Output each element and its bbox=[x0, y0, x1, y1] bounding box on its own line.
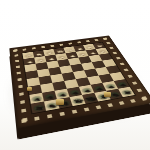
square: ♟ bbox=[55, 89, 70, 100]
chess-board: ♜♞♝♛♚♝♞♜♟♟♟♟♟♟♟♟♟♟♟♟♟♟♟♟♜♞♝♛♚♝♞♜ bbox=[9, 35, 150, 128]
brass-clasp-front bbox=[56, 99, 64, 105]
piece-felt-base bbox=[31, 95, 42, 102]
square: ♜ bbox=[31, 101, 46, 113]
piece-white-knight: ♞ bbox=[86, 47, 95, 49]
piece-felt-base bbox=[72, 98, 84, 105]
piece-black-queen: ♛ bbox=[72, 99, 85, 104]
piece-black-pawn: ♟ bbox=[71, 92, 80, 95]
piece-black-rook: ♜ bbox=[34, 107, 45, 111]
piece-felt-base bbox=[121, 89, 133, 96]
piece-felt-base bbox=[81, 87, 92, 93]
square bbox=[52, 81, 66, 91]
piece-white-pawn: ♟ bbox=[69, 55, 76, 57]
square bbox=[62, 72, 76, 81]
square bbox=[76, 77, 91, 86]
square: ♛ bbox=[70, 95, 86, 106]
piece-black-pawn: ♟ bbox=[95, 88, 104, 91]
square: ♚ bbox=[82, 93, 98, 104]
piece-white-king: ♚ bbox=[65, 49, 76, 52]
square: ♟ bbox=[29, 93, 44, 104]
piece-felt-base bbox=[57, 91, 68, 98]
piece-white-pawn: ♟ bbox=[79, 54, 86, 56]
square: ♟ bbox=[79, 85, 94, 95]
piece-black-knight: ♞ bbox=[110, 93, 121, 97]
piece-black-pawn: ♟ bbox=[58, 94, 67, 97]
piece-white-rook: ♜ bbox=[96, 45, 104, 47]
piece-black-rook: ♜ bbox=[123, 91, 133, 94]
piece-white-pawn: ♟ bbox=[99, 51, 106, 53]
piece-felt-base bbox=[44, 93, 55, 100]
piece-felt-base bbox=[69, 89, 80, 96]
piece-felt-base bbox=[116, 81, 127, 87]
square: ♟ bbox=[42, 91, 57, 102]
piece-white-pawn: ♟ bbox=[26, 61, 34, 63]
piece-black-king: ♚ bbox=[84, 96, 98, 101]
piece-black-pawn: ♟ bbox=[83, 90, 92, 93]
piece-felt-base bbox=[33, 104, 44, 111]
scene-perspective: ♜♞♝♛♚♝♞♜♟♟♟♟♟♟♟♟♟♟♟♟♟♟♟♟♜♞♝♛♚♝♞♜ bbox=[6, 6, 144, 148]
brass-clasp-right bbox=[104, 92, 111, 97]
square bbox=[64, 79, 79, 89]
piece-white-pawn: ♟ bbox=[59, 57, 66, 59]
piece-black-pawn: ♟ bbox=[46, 96, 55, 99]
brass-hinge-left bbox=[27, 87, 32, 91]
piece-black-pawn: ♟ bbox=[118, 84, 127, 87]
piece-white-pawn: ♟ bbox=[48, 58, 56, 60]
piece-felt-base bbox=[105, 83, 116, 89]
piece-black-pawn: ♟ bbox=[33, 98, 42, 101]
square bbox=[50, 74, 64, 83]
piece-white-knight: ♞ bbox=[35, 53, 44, 55]
piece-white-queen: ♛ bbox=[55, 50, 65, 53]
piece-white-bishop: ♝ bbox=[76, 48, 85, 51]
square bbox=[106, 65, 121, 73]
square: ♟ bbox=[67, 87, 82, 97]
square bbox=[27, 77, 41, 86]
square: ♟ bbox=[102, 81, 118, 91]
piece-white-rook: ♜ bbox=[25, 55, 34, 57]
square bbox=[87, 76, 102, 85]
piece-white-pawn: ♟ bbox=[90, 52, 97, 54]
square bbox=[39, 75, 53, 84]
piece-felt-base bbox=[85, 95, 97, 102]
square: ♜ bbox=[118, 87, 135, 97]
piece-felt-base bbox=[93, 85, 104, 91]
piece-white-bishop: ♝ bbox=[45, 52, 55, 55]
square bbox=[110, 72, 125, 81]
chess-set-photo: ♜♞♝♛♚♝♞♜♟♟♟♟♟♟♟♟♟♟♟♟♟♟♟♟♜♞♝♛♚♝♞♜ bbox=[0, 0, 150, 150]
square bbox=[99, 74, 114, 83]
square bbox=[40, 83, 54, 93]
square: ♟ bbox=[114, 79, 130, 89]
board-grid: ♜♞♝♛♚♝♞♜♟♟♟♟♟♟♟♟♟♟♟♟♟♟♟♟♜♞♝♛♚♝♞♜ bbox=[22, 42, 134, 113]
piece-black-pawn: ♟ bbox=[107, 86, 116, 89]
piece-white-pawn: ♟ bbox=[37, 60, 45, 62]
